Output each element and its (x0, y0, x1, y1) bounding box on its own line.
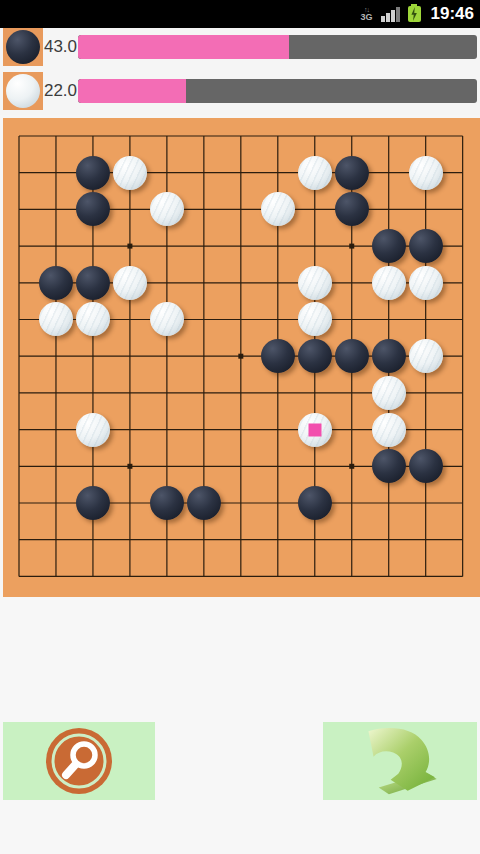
black-stone (372, 339, 406, 373)
white-stone (150, 302, 184, 336)
board-intersection (371, 338, 408, 375)
white-stone (409, 156, 443, 190)
network-type-label: 3G (361, 13, 373, 22)
charging-bolt-icon (408, 6, 421, 22)
black-stone (409, 229, 443, 263)
black-stone (335, 339, 369, 373)
black-player-row: 43.0 (0, 28, 480, 66)
white-stone (298, 266, 332, 300)
black-stone (335, 192, 369, 226)
board-intersection (149, 485, 186, 522)
board-intersection (408, 154, 445, 191)
black-stone (261, 339, 295, 373)
black-stone (298, 339, 332, 373)
board-intersection (186, 485, 223, 522)
signal-strength-icon (381, 6, 400, 22)
board-intersection (297, 485, 334, 522)
board-intersection (75, 154, 112, 191)
board-intersection (297, 411, 334, 448)
network-3g-icon: ↑↓ 3G (361, 6, 373, 22)
board-intersection (260, 191, 297, 228)
score-bar-fill (78, 35, 289, 59)
white-score-bar (78, 79, 477, 103)
board-intersection (75, 264, 112, 301)
board-intersection (75, 301, 112, 338)
board-intersection (408, 228, 445, 265)
board-intersection (297, 338, 334, 375)
board-intersection (371, 228, 408, 265)
board-intersection (371, 448, 408, 485)
status-clock: 19:46 (431, 4, 474, 24)
board-intersection (149, 191, 186, 228)
black-score-value: 43.0 (43, 37, 78, 57)
board-intersection (408, 338, 445, 375)
black-score-bar (78, 35, 477, 59)
white-stone (372, 266, 406, 300)
board-intersection (371, 374, 408, 411)
white-stone (298, 413, 332, 447)
white-stone (76, 302, 110, 336)
white-stone (298, 156, 332, 190)
black-stone-icon (6, 30, 40, 64)
black-stone (298, 486, 332, 520)
search-button[interactable] (3, 722, 155, 800)
white-stone (76, 413, 110, 447)
goban[interactable] (3, 118, 480, 600)
board-intersection (334, 338, 371, 375)
status-bar: ↑↓ 3G 19:46 (0, 0, 480, 28)
white-stone (261, 192, 295, 226)
battery-icon (408, 4, 421, 24)
black-stone (150, 486, 184, 520)
board-intersection (297, 154, 334, 191)
search-icon (46, 728, 112, 794)
board-intersection (112, 154, 149, 191)
black-stone (76, 486, 110, 520)
black-player-avatar (3, 28, 43, 66)
black-stone (372, 229, 406, 263)
board-intersection (38, 264, 75, 301)
black-stone (76, 156, 110, 190)
score-panel: 43.0 22.0 (0, 28, 480, 115)
white-stone (39, 302, 73, 336)
last-move-marker (309, 423, 322, 436)
white-stone (150, 192, 184, 226)
white-score-value: 22.0 (43, 81, 78, 101)
board-intersection (334, 154, 371, 191)
black-stone (335, 156, 369, 190)
white-player-avatar (3, 72, 43, 110)
undo-button[interactable] (323, 722, 477, 800)
bottom-toolbar (0, 597, 480, 854)
board-intersection (297, 301, 334, 338)
board-intersection (334, 191, 371, 228)
board-intersection (260, 338, 297, 375)
white-stone (298, 302, 332, 336)
white-stone (409, 266, 443, 300)
white-stone (113, 266, 147, 300)
white-stone (409, 339, 443, 373)
board-intersection (112, 264, 149, 301)
white-stone (372, 413, 406, 447)
board-intersection (75, 411, 112, 448)
white-player-row: 22.0 (0, 72, 480, 110)
score-bar-fill (78, 79, 186, 103)
board-intersection (75, 191, 112, 228)
board-intersection (371, 411, 408, 448)
board-intersection (75, 485, 112, 522)
black-stone (76, 266, 110, 300)
white-stone (372, 376, 406, 410)
black-stone (409, 449, 443, 483)
board-intersection (408, 264, 445, 301)
board-intersection (408, 448, 445, 485)
board-intersection (371, 264, 408, 301)
black-stone (76, 192, 110, 226)
white-stone (113, 156, 147, 190)
black-stone (39, 266, 73, 300)
board-intersection (149, 301, 186, 338)
board-intersection (38, 301, 75, 338)
goban-grid[interactable] (3, 118, 480, 595)
board-intersection (297, 264, 334, 301)
white-stone-icon (6, 74, 40, 108)
black-stone (187, 486, 221, 520)
undo-arrow-icon (336, 723, 464, 799)
black-stone (372, 449, 406, 483)
